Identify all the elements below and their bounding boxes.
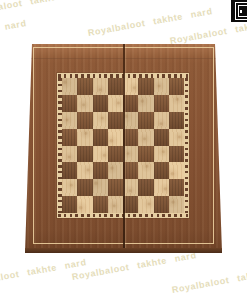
product-photo: Royalbaloot takhte nardRoyalbaloot takht… <box>0 0 247 296</box>
board-square <box>108 162 123 179</box>
board-square <box>108 196 123 213</box>
chess-board <box>25 44 222 253</box>
board-square <box>154 179 169 196</box>
board-square <box>169 196 184 213</box>
board-square <box>138 196 153 213</box>
board-square <box>154 112 169 129</box>
watermark-text: Royalbaloot takhte nard <box>0 0 90 18</box>
board-square <box>138 146 153 163</box>
board-square <box>62 112 77 129</box>
board-square <box>77 95 92 112</box>
board-square <box>93 78 108 95</box>
board-square <box>123 78 138 95</box>
watermark-text: Royalbaloot takhte nard <box>71 250 197 282</box>
board-square <box>62 196 77 213</box>
fold-seam <box>123 44 125 253</box>
board-square <box>138 112 153 129</box>
board-square <box>77 146 92 163</box>
board-square <box>154 196 169 213</box>
board-square <box>138 162 153 179</box>
board-square <box>108 129 123 146</box>
board-square <box>138 95 153 112</box>
watermark-text: Royalbaloot takhte nard <box>0 18 27 50</box>
board-square <box>123 196 138 213</box>
board-square <box>93 162 108 179</box>
board-square <box>93 112 108 129</box>
board-square <box>77 112 92 129</box>
board-square <box>108 179 123 196</box>
board-square <box>123 129 138 146</box>
board-square <box>123 146 138 163</box>
board-square <box>62 78 77 95</box>
board-square <box>154 95 169 112</box>
board-square <box>62 162 77 179</box>
board-square <box>93 179 108 196</box>
board-square <box>169 78 184 95</box>
board-square <box>62 146 77 163</box>
board-square <box>154 162 169 179</box>
logo-mark <box>240 10 242 13</box>
board-square <box>77 196 92 213</box>
board-square <box>108 95 123 112</box>
board-square <box>123 112 138 129</box>
board-square <box>77 129 92 146</box>
board-square <box>123 95 138 112</box>
board-square <box>154 78 169 95</box>
board-square <box>62 179 77 196</box>
board-square <box>123 162 138 179</box>
board-square <box>108 146 123 163</box>
board-square <box>169 129 184 146</box>
board-square <box>62 129 77 146</box>
board-square <box>169 162 184 179</box>
board-square <box>154 146 169 163</box>
board-square <box>77 179 92 196</box>
brand-logo <box>231 0 247 22</box>
board-square <box>93 95 108 112</box>
board-bottom-edge <box>25 248 222 253</box>
board-square <box>169 95 184 112</box>
board-square <box>169 112 184 129</box>
board-square <box>138 129 153 146</box>
board-square <box>108 78 123 95</box>
board-square <box>93 196 108 213</box>
board-square <box>169 146 184 163</box>
board-square <box>154 129 169 146</box>
board-square <box>62 95 77 112</box>
board-square <box>108 112 123 129</box>
board-square <box>93 146 108 163</box>
dashed-inlay-left <box>58 78 62 213</box>
dashed-inlay-right <box>185 78 189 213</box>
board-square <box>77 162 92 179</box>
board-square <box>123 179 138 196</box>
watermark-text: Royalbaloot takhte nard <box>171 263 247 295</box>
board-square <box>77 78 92 95</box>
board-square <box>169 179 184 196</box>
board-square <box>138 179 153 196</box>
board-square <box>93 129 108 146</box>
board-square <box>138 78 153 95</box>
